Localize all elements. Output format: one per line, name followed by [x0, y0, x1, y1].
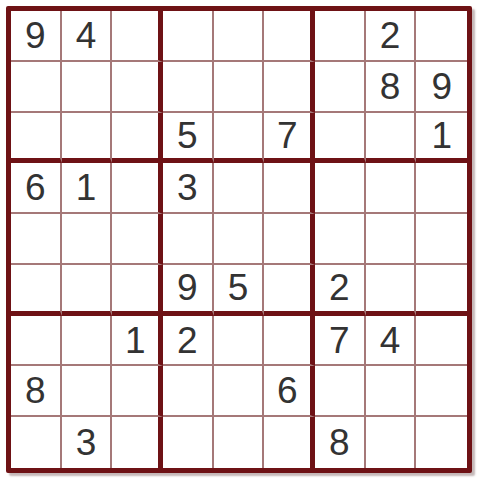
- cell-r3c7[interactable]: [315, 113, 366, 164]
- cell-r3c9: 1: [416, 113, 467, 164]
- cell-r4c8[interactable]: [366, 163, 417, 214]
- cell-r6c4: 9: [163, 265, 214, 316]
- cell-r9c9[interactable]: [416, 417, 467, 468]
- cell-r6c1[interactable]: [11, 265, 62, 316]
- cell-r7c2[interactable]: [62, 316, 113, 367]
- cell-r8c7[interactable]: [315, 366, 366, 417]
- cell-r1c7[interactable]: [315, 11, 366, 62]
- cell-r1c3[interactable]: [112, 11, 163, 62]
- cell-r3c1[interactable]: [11, 113, 62, 164]
- cell-r2c6[interactable]: [264, 62, 315, 113]
- cell-r1c6[interactable]: [264, 11, 315, 62]
- cell-r2c5[interactable]: [214, 62, 265, 113]
- cell-r5c9[interactable]: [416, 214, 467, 265]
- cell-r8c9[interactable]: [416, 366, 467, 417]
- cell-r4c6[interactable]: [264, 163, 315, 214]
- cell-r7c6[interactable]: [264, 316, 315, 367]
- cell-r5c1[interactable]: [11, 214, 62, 265]
- cell-r3c6: 7: [264, 113, 315, 164]
- cell-r6c6[interactable]: [264, 265, 315, 316]
- cell-r7c1[interactable]: [11, 316, 62, 367]
- cell-r2c2[interactable]: [62, 62, 113, 113]
- cell-r9c3[interactable]: [112, 417, 163, 468]
- cell-r7c3: 1: [112, 316, 163, 367]
- cell-r7c7: 7: [315, 316, 366, 367]
- cell-r3c8[interactable]: [366, 113, 417, 164]
- cell-r1c1: 9: [11, 11, 62, 62]
- cell-r4c5[interactable]: [214, 163, 265, 214]
- cell-r8c2[interactable]: [62, 366, 113, 417]
- cell-r7c9[interactable]: [416, 316, 467, 367]
- cell-r4c3[interactable]: [112, 163, 163, 214]
- cell-r9c2: 3: [62, 417, 113, 468]
- cell-r6c7: 2: [315, 265, 366, 316]
- cell-r6c3[interactable]: [112, 265, 163, 316]
- cell-r3c4: 5: [163, 113, 214, 164]
- cell-r8c3[interactable]: [112, 366, 163, 417]
- cell-r7c8: 4: [366, 316, 417, 367]
- cell-r5c5[interactable]: [214, 214, 265, 265]
- cell-r8c1: 8: [11, 366, 62, 417]
- cell-r5c6[interactable]: [264, 214, 315, 265]
- cell-r2c8: 8: [366, 62, 417, 113]
- cell-r7c5[interactable]: [214, 316, 265, 367]
- cell-r9c8[interactable]: [366, 417, 417, 468]
- sudoku-board: 9428957161395212748638: [6, 6, 472, 473]
- cell-r7c4: 2: [163, 316, 214, 367]
- cell-r9c7: 8: [315, 417, 366, 468]
- cell-r3c5[interactable]: [214, 113, 265, 164]
- cell-r2c7[interactable]: [315, 62, 366, 113]
- cell-r4c9[interactable]: [416, 163, 467, 214]
- cell-r8c6: 6: [264, 366, 315, 417]
- cell-r8c8[interactable]: [366, 366, 417, 417]
- cell-r4c4: 3: [163, 163, 214, 214]
- cell-r1c2: 4: [62, 11, 113, 62]
- cell-r1c9[interactable]: [416, 11, 467, 62]
- cell-r1c4[interactable]: [163, 11, 214, 62]
- cell-r3c2[interactable]: [62, 113, 113, 164]
- cell-r2c1[interactable]: [11, 62, 62, 113]
- cell-r1c5[interactable]: [214, 11, 265, 62]
- cell-r6c5: 5: [214, 265, 265, 316]
- cell-r6c8[interactable]: [366, 265, 417, 316]
- cell-r6c9[interactable]: [416, 265, 467, 316]
- cell-r2c4[interactable]: [163, 62, 214, 113]
- cell-r8c4[interactable]: [163, 366, 214, 417]
- cell-r8c5[interactable]: [214, 366, 265, 417]
- cell-r9c6[interactable]: [264, 417, 315, 468]
- cell-r1c8: 2: [366, 11, 417, 62]
- cell-r9c4[interactable]: [163, 417, 214, 468]
- cell-r2c3[interactable]: [112, 62, 163, 113]
- cell-r2c9: 9: [416, 62, 467, 113]
- cell-r4c7[interactable]: [315, 163, 366, 214]
- cell-r5c8[interactable]: [366, 214, 417, 265]
- cell-r5c7[interactable]: [315, 214, 366, 265]
- cell-r9c1[interactable]: [11, 417, 62, 468]
- cell-r9c5[interactable]: [214, 417, 265, 468]
- cell-r4c2: 1: [62, 163, 113, 214]
- cell-r3c3[interactable]: [112, 113, 163, 164]
- cell-r6c2[interactable]: [62, 265, 113, 316]
- cell-r5c2[interactable]: [62, 214, 113, 265]
- cell-r5c4[interactable]: [163, 214, 214, 265]
- cell-r5c3[interactable]: [112, 214, 163, 265]
- cell-r4c1: 6: [11, 163, 62, 214]
